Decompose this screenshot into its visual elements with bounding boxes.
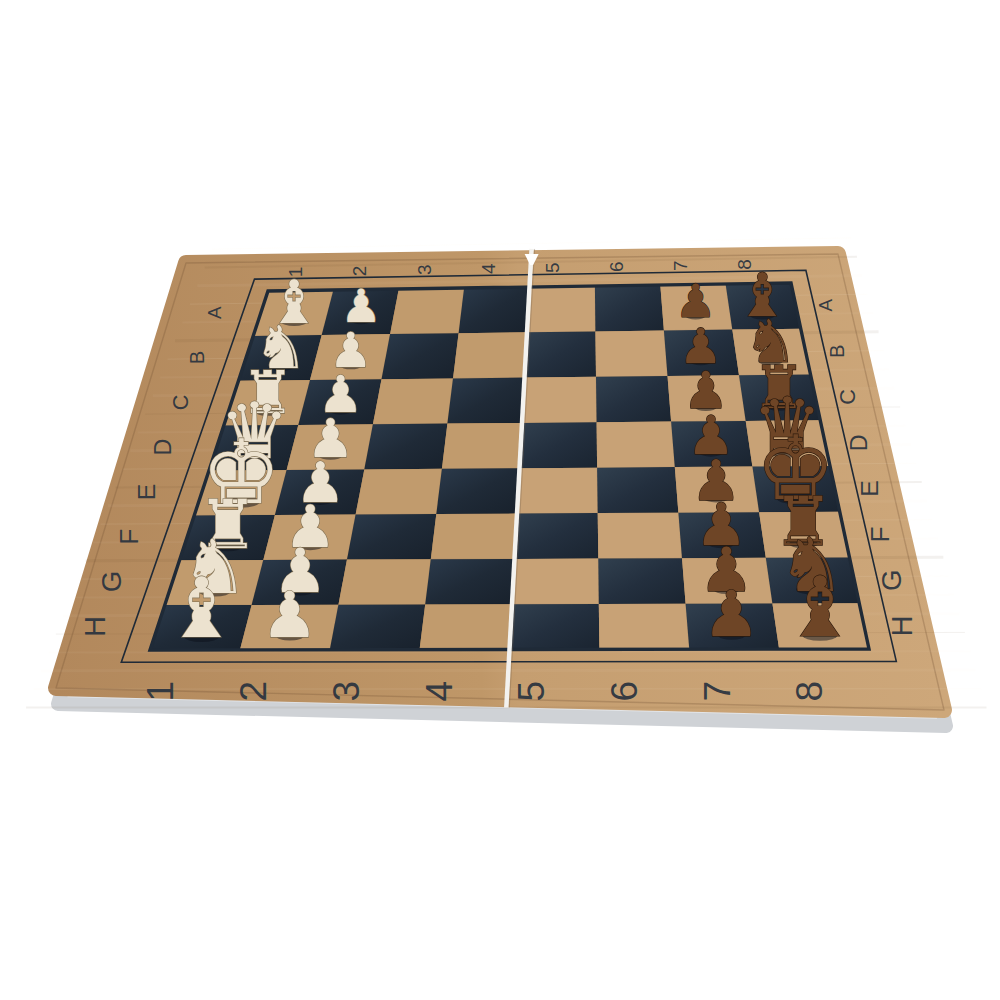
piece-white-bishop-h1[interactable]: ♝ xyxy=(164,560,238,657)
square-b4[interactable] xyxy=(453,332,527,378)
file-label-right-F: F xyxy=(865,526,895,542)
file-label-right-E: E xyxy=(856,480,883,496)
file-label-right-D: D xyxy=(846,434,872,451)
file-label-right-A: A xyxy=(815,299,836,312)
square-e4[interactable] xyxy=(436,468,519,514)
square-d6[interactable] xyxy=(597,422,675,468)
file-label-left-H: H xyxy=(79,616,111,637)
rank-label-top-4: 4 xyxy=(478,263,499,274)
square-c6[interactable] xyxy=(596,376,671,422)
square-c3[interactable] xyxy=(373,378,453,424)
file-label-right-G: G xyxy=(876,569,907,591)
file-label-left-E: E xyxy=(133,484,160,500)
file-label-right-B: B xyxy=(826,344,848,357)
rank-label-top-2: 2 xyxy=(349,266,370,277)
square-h6[interactable] xyxy=(599,604,690,650)
rank-label-bottom-6: 6 xyxy=(604,681,645,702)
square-c5[interactable] xyxy=(522,377,597,423)
square-a3[interactable] xyxy=(390,288,464,334)
product-photo-stage: AABBCCDDEEFFGGHH1122334455667788 ♝♟♟♝♞♟♟… xyxy=(0,0,1000,1000)
piece-black-bishop-h8[interactable]: ♝ xyxy=(783,559,857,656)
rank-label-bottom-2: 2 xyxy=(233,681,274,702)
square-a5[interactable] xyxy=(527,286,595,332)
file-label-left-G: G xyxy=(96,571,127,593)
square-g3[interactable] xyxy=(338,559,430,605)
square-a6[interactable] xyxy=(595,285,664,331)
file-label-left-C: C xyxy=(168,394,193,410)
square-e6[interactable] xyxy=(597,467,678,513)
piece-black-pawn-h7[interactable]: ♟ xyxy=(703,577,760,651)
square-g6[interactable] xyxy=(598,558,685,604)
square-b3[interactable] xyxy=(382,333,459,379)
rank-label-top-6: 6 xyxy=(606,261,627,272)
file-label-left-B: B xyxy=(186,351,208,364)
piece-white-pawn-h2[interactable]: ♟ xyxy=(261,578,318,652)
square-g4[interactable] xyxy=(425,559,514,605)
rank-label-bottom-8: 8 xyxy=(789,681,830,702)
rank-label-bottom-1: 1 xyxy=(141,681,182,702)
file-label-right-H: H xyxy=(886,615,918,636)
square-g5[interactable] xyxy=(512,559,599,605)
rank-label-top-7: 7 xyxy=(670,260,691,271)
square-f6[interactable] xyxy=(598,513,682,559)
file-label-left-D: D xyxy=(150,439,176,456)
rank-label-bottom-3: 3 xyxy=(326,681,367,702)
square-h5[interactable] xyxy=(510,604,600,650)
square-e5[interactable] xyxy=(517,468,598,514)
square-h3[interactable] xyxy=(330,604,425,649)
rank-label-top-5: 5 xyxy=(542,262,563,273)
rank-label-top-3: 3 xyxy=(414,264,435,275)
square-f4[interactable] xyxy=(431,514,517,560)
square-d3[interactable] xyxy=(364,424,447,470)
square-b6[interactable] xyxy=(595,331,667,377)
square-h4[interactable] xyxy=(420,604,512,649)
square-d5[interactable] xyxy=(520,422,598,468)
file-label-left-F: F xyxy=(114,529,144,545)
rank-label-bottom-7: 7 xyxy=(697,681,738,702)
rank-label-bottom-5: 5 xyxy=(511,681,552,702)
square-f5[interactable] xyxy=(515,513,599,559)
square-a4[interactable] xyxy=(459,287,530,333)
rank-label-bottom-4: 4 xyxy=(419,681,460,702)
square-c4[interactable] xyxy=(447,378,524,424)
square-d4[interactable] xyxy=(442,423,522,469)
square-f3[interactable] xyxy=(347,514,436,560)
file-label-left-A: A xyxy=(204,306,225,319)
file-label-right-C: C xyxy=(835,389,860,405)
square-e3[interactable] xyxy=(356,469,442,515)
square-b5[interactable] xyxy=(525,331,597,377)
folding-chessboard: AABBCCDDEEFFGGHH1122334455667788 ♝♟♟♝♞♟♟… xyxy=(0,0,1000,1000)
